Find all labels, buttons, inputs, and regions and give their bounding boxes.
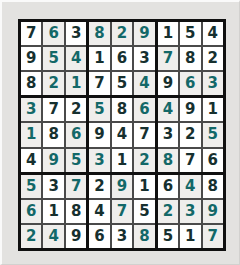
cell-r5c3[interactable]: 6 (66, 123, 86, 146)
cell-r6c3[interactable]: 5 (66, 149, 86, 172)
cell-r6c4[interactable]: 3 (89, 149, 109, 172)
cell-r7c6[interactable]: 1 (134, 175, 154, 198)
box-9: 648239517 (158, 175, 223, 248)
cell-r2c1[interactable]: 9 (21, 47, 41, 70)
cell-r2c7[interactable]: 7 (158, 47, 178, 70)
cell-r3c9[interactable]: 3 (203, 72, 223, 95)
cell-r2c3[interactable]: 4 (66, 47, 86, 70)
cell-r8c2[interactable]: 1 (43, 200, 63, 223)
cell-r8c1[interactable]: 6 (21, 200, 41, 223)
cell-r3c2[interactable]: 2 (43, 72, 63, 95)
cell-r1c8[interactable]: 5 (180, 22, 200, 45)
cell-r8c9[interactable]: 9 (203, 200, 223, 223)
cell-r3c7[interactable]: 9 (158, 72, 178, 95)
cell-r9c7[interactable]: 5 (158, 225, 178, 248)
cell-r1c9[interactable]: 4 (203, 22, 223, 45)
cell-r9c9[interactable]: 7 (203, 225, 223, 248)
cell-r1c7[interactable]: 1 (158, 22, 178, 45)
box-7: 537618249 (21, 175, 86, 248)
cell-r6c9[interactable]: 6 (203, 149, 223, 172)
box-8: 291475638 (89, 175, 154, 248)
cell-r4c1[interactable]: 3 (21, 98, 41, 121)
cell-r4c7[interactable]: 4 (158, 98, 178, 121)
box-4: 372186495 (21, 98, 86, 171)
cell-r5c1[interactable]: 1 (21, 123, 41, 146)
cell-r9c6[interactable]: 8 (134, 225, 154, 248)
cell-r7c8[interactable]: 4 (180, 175, 200, 198)
cell-r5c6[interactable]: 7 (134, 123, 154, 146)
cell-r8c5[interactable]: 7 (112, 200, 132, 223)
cell-r7c7[interactable]: 6 (158, 175, 178, 198)
cell-r1c2[interactable]: 6 (43, 22, 63, 45)
cell-r8c6[interactable]: 5 (134, 200, 154, 223)
cell-r8c7[interactable]: 2 (158, 200, 178, 223)
cell-r7c3[interactable]: 7 (66, 175, 86, 198)
cell-r1c4[interactable]: 8 (89, 22, 109, 45)
cell-r7c1[interactable]: 5 (21, 175, 41, 198)
cell-r9c1[interactable]: 2 (21, 225, 41, 248)
cell-r9c3[interactable]: 9 (66, 225, 86, 248)
cell-r5c2[interactable]: 8 (43, 123, 63, 146)
cell-r5c9[interactable]: 5 (203, 123, 223, 146)
box-1: 763954821 (21, 22, 86, 95)
cell-r7c4[interactable]: 2 (89, 175, 109, 198)
box-2: 829163754 (89, 22, 154, 95)
cell-r8c4[interactable]: 4 (89, 200, 109, 223)
cell-r4c3[interactable]: 2 (66, 98, 86, 121)
cell-r4c5[interactable]: 8 (112, 98, 132, 121)
cell-r6c5[interactable]: 1 (112, 149, 132, 172)
cell-r8c8[interactable]: 3 (180, 200, 200, 223)
cell-r1c3[interactable]: 3 (66, 22, 86, 45)
cell-r3c5[interactable]: 5 (112, 72, 132, 95)
cell-r5c4[interactable]: 9 (89, 123, 109, 146)
cell-r3c3[interactable]: 1 (66, 72, 86, 95)
cell-r9c4[interactable]: 6 (89, 225, 109, 248)
cell-r5c5[interactable]: 4 (112, 123, 132, 146)
cell-r4c4[interactable]: 5 (89, 98, 109, 121)
cell-r6c2[interactable]: 9 (43, 149, 63, 172)
box-5: 586947312 (89, 98, 154, 171)
cell-r5c7[interactable]: 3 (158, 123, 178, 146)
cell-r2c8[interactable]: 8 (180, 47, 200, 70)
box-6: 491325876 (158, 98, 223, 171)
cell-r4c9[interactable]: 1 (203, 98, 223, 121)
cell-r7c9[interactable]: 8 (203, 175, 223, 198)
cell-r2c4[interactable]: 1 (89, 47, 109, 70)
cell-r3c6[interactable]: 4 (134, 72, 154, 95)
cell-r9c2[interactable]: 4 (43, 225, 63, 248)
cell-r4c6[interactable]: 6 (134, 98, 154, 121)
cell-r7c5[interactable]: 9 (112, 175, 132, 198)
cell-r9c5[interactable]: 3 (112, 225, 132, 248)
cell-r2c6[interactable]: 3 (134, 47, 154, 70)
cell-r2c9[interactable]: 2 (203, 47, 223, 70)
sudoku-board: 7639548218291637541547829633721864955869… (18, 19, 226, 251)
cell-r1c1[interactable]: 7 (21, 22, 41, 45)
cell-r1c5[interactable]: 2 (112, 22, 132, 45)
cell-r3c4[interactable]: 7 (89, 72, 109, 95)
cell-r1c6[interactable]: 9 (134, 22, 154, 45)
cell-r7c2[interactable]: 3 (43, 175, 63, 198)
cell-r3c8[interactable]: 6 (180, 72, 200, 95)
cell-r6c1[interactable]: 4 (21, 149, 41, 172)
cell-r6c7[interactable]: 8 (158, 149, 178, 172)
cell-r2c2[interactable]: 5 (43, 47, 63, 70)
cell-r3c1[interactable]: 8 (21, 72, 41, 95)
cell-r2c5[interactable]: 6 (112, 47, 132, 70)
cell-r4c2[interactable]: 7 (43, 98, 63, 121)
cell-r6c6[interactable]: 2 (134, 149, 154, 172)
box-3: 154782963 (158, 22, 223, 95)
cell-r8c3[interactable]: 8 (66, 200, 86, 223)
cell-r9c8[interactable]: 1 (180, 225, 200, 248)
cell-r6c8[interactable]: 7 (180, 149, 200, 172)
cell-r4c8[interactable]: 9 (180, 98, 200, 121)
cell-r5c8[interactable]: 2 (180, 123, 200, 146)
